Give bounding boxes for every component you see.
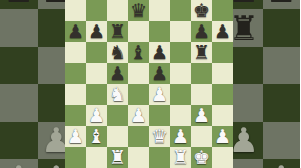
chess-board[interactable]: ♛♚♟♟♜♟♟♞♝♟♜♟♟♞♟♟♟♟♟♝♛♟♟♜♜♚ (65, 0, 233, 168)
square-f7[interactable] (170, 21, 191, 42)
black-bishop[interactable]: ♝ (130, 43, 147, 62)
white-rook[interactable]: ♜ (109, 148, 126, 167)
square-c3[interactable] (107, 105, 128, 126)
square-h1[interactable] (212, 147, 233, 168)
square-e8[interactable] (149, 0, 170, 21)
square-e4[interactable]: ♟ (149, 84, 170, 105)
square-d8[interactable]: ♛ (128, 0, 149, 21)
square-e2[interactable]: ♛ (149, 126, 170, 147)
white-pawn-bg: ♟ (229, 123, 259, 157)
black-pawn-bg: ♟ (266, 0, 296, 7)
square-a4[interactable] (65, 84, 86, 105)
square-c2[interactable] (107, 126, 128, 147)
square-b4[interactable] (86, 84, 107, 105)
square-g5[interactable] (191, 63, 212, 84)
black-pawn[interactable]: ♟ (151, 43, 168, 62)
square-h4[interactable] (212, 84, 233, 105)
square-e3[interactable] (149, 105, 170, 126)
black-pawn-bg: ♟ (4, 0, 34, 7)
square-g7[interactable]: ♟ (191, 21, 212, 42)
square-b6[interactable] (86, 42, 107, 63)
bg-square-a4 (0, 84, 38, 122)
square-h2[interactable]: ♟ (212, 126, 233, 147)
white-pawn[interactable]: ♟ (151, 85, 168, 104)
square-a8[interactable] (65, 0, 86, 21)
bg-square-h7: ♟ (263, 0, 301, 9)
square-h6[interactable] (212, 42, 233, 63)
black-pawn[interactable]: ♟ (88, 22, 105, 41)
white-bishop[interactable]: ♝ (88, 127, 105, 146)
square-f6[interactable] (170, 42, 191, 63)
white-pawn[interactable]: ♟ (214, 127, 231, 146)
square-d4[interactable] (128, 84, 149, 105)
bg-square-h6 (263, 9, 301, 47)
square-c8[interactable] (107, 0, 128, 21)
black-pawn[interactable]: ♟ (67, 22, 84, 41)
square-b2[interactable]: ♝ (86, 126, 107, 147)
square-g1[interactable]: ♚ (191, 147, 212, 168)
square-d3[interactable]: ♟ (128, 105, 149, 126)
square-a6[interactable] (65, 42, 86, 63)
square-f2[interactable]: ♟ (170, 126, 191, 147)
square-b7[interactable]: ♟ (86, 21, 107, 42)
square-d6[interactable]: ♝ (128, 42, 149, 63)
black-rook-bg: ♜ (229, 11, 259, 45)
chess-video-frame: ♛♚♟♟♜♟♟♞♝♟♜♟♟♞♟♟♟♟♟♝♛♟♟♜♜♚ ♛♚♟♟♜♟♟♞♝♟♜♟♟… (0, 0, 300, 168)
bg-square-h2: ♟ (263, 159, 301, 168)
square-c4[interactable]: ♞ (107, 84, 128, 105)
black-king[interactable]: ♚ (193, 1, 210, 20)
square-f5[interactable] (170, 63, 191, 84)
white-king[interactable]: ♚ (193, 148, 210, 167)
square-b5[interactable] (86, 63, 107, 84)
square-a2[interactable]: ♟ (65, 126, 86, 147)
square-b3[interactable]: ♟ (86, 105, 107, 126)
white-pawn-bg: ♟ (266, 161, 296, 168)
white-pawn[interactable]: ♟ (172, 127, 189, 146)
square-h8[interactable] (212, 0, 233, 21)
square-f3[interactable] (170, 105, 191, 126)
square-a1[interactable] (65, 147, 86, 168)
bg-square-a3 (0, 122, 38, 160)
white-rook[interactable]: ♜ (172, 148, 189, 167)
black-knight[interactable]: ♞ (109, 43, 126, 62)
bg-square-a6 (0, 9, 38, 47)
square-b1[interactable] (86, 147, 107, 168)
square-e6[interactable]: ♟ (149, 42, 170, 63)
square-c5[interactable]: ♟ (107, 63, 128, 84)
square-d2[interactable] (128, 126, 149, 147)
white-pawn[interactable]: ♟ (88, 106, 105, 125)
square-f8[interactable] (170, 0, 191, 21)
square-g3[interactable]: ♟ (191, 105, 212, 126)
bg-square-h4 (263, 84, 301, 122)
square-e7[interactable] (149, 21, 170, 42)
square-a3[interactable] (65, 105, 86, 126)
square-d1[interactable] (128, 147, 149, 168)
white-pawn[interactable]: ♟ (193, 106, 210, 125)
white-pawn[interactable]: ♟ (130, 106, 147, 125)
black-pawn[interactable]: ♟ (109, 64, 126, 83)
bg-square-h3 (263, 122, 301, 160)
white-pawn[interactable]: ♟ (67, 127, 84, 146)
white-knight[interactable]: ♞ (109, 85, 126, 104)
bg-square-h5 (263, 47, 301, 85)
black-pawn[interactable]: ♟ (193, 22, 210, 41)
square-a7[interactable]: ♟ (65, 21, 86, 42)
white-queen[interactable]: ♛ (151, 127, 168, 146)
black-queen[interactable]: ♛ (130, 1, 147, 20)
bg-square-a7: ♟ (0, 0, 38, 9)
black-pawn[interactable]: ♟ (214, 22, 231, 41)
square-c7[interactable]: ♜ (107, 21, 128, 42)
black-rook[interactable]: ♜ (109, 22, 126, 41)
square-h3[interactable] (212, 105, 233, 126)
square-g8[interactable]: ♚ (191, 0, 212, 21)
square-c6[interactable]: ♞ (107, 42, 128, 63)
square-f1[interactable]: ♜ (170, 147, 191, 168)
square-h7[interactable]: ♟ (212, 21, 233, 42)
square-d5[interactable] (128, 63, 149, 84)
square-a5[interactable] (65, 63, 86, 84)
square-g2[interactable] (191, 126, 212, 147)
square-e1[interactable] (149, 147, 170, 168)
square-e5[interactable]: ♟ (149, 63, 170, 84)
square-h5[interactable] (212, 63, 233, 84)
square-b8[interactable] (86, 0, 107, 21)
black-pawn[interactable]: ♟ (151, 64, 168, 83)
square-c1[interactable]: ♜ (107, 147, 128, 168)
bg-square-a2: ♟ (0, 159, 38, 168)
square-g4[interactable] (191, 84, 212, 105)
square-f4[interactable] (170, 84, 191, 105)
bg-square-a5 (0, 47, 38, 85)
black-pawn-bg: ♟ (229, 0, 259, 7)
square-g6[interactable]: ♜ (191, 42, 212, 63)
square-d7[interactable] (128, 21, 149, 42)
black-rook[interactable]: ♜ (193, 43, 210, 62)
white-pawn-bg: ♟ (4, 161, 34, 168)
